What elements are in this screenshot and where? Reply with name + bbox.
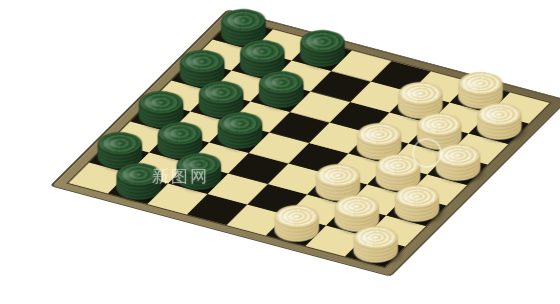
square-r8c1[interactable] bbox=[345, 236, 405, 267]
watermark-text: 新图网 bbox=[152, 165, 209, 188]
checkers-board bbox=[53, 11, 560, 275]
watermark-circle-icon bbox=[412, 138, 442, 168]
board-grid bbox=[69, 19, 550, 267]
checkers-photo: 新图网 bbox=[0, 0, 560, 304]
cream-checker[interactable] bbox=[346, 236, 405, 266]
